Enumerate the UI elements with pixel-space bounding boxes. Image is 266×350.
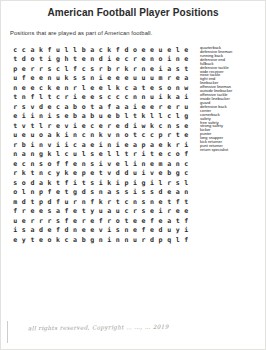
grid-cell: f [28, 93, 37, 103]
grid-cell: i [156, 64, 165, 74]
grid-cell: n [20, 93, 29, 103]
grid-cell: r [62, 93, 71, 103]
grid-cell: t [122, 216, 131, 226]
grid-cell: c [165, 112, 174, 122]
grid-cell: u [131, 74, 140, 84]
word-search-grid: ccakfullbackfdoeeueletdotightendiecrenoi… [11, 45, 190, 245]
grid-cell: u [131, 169, 140, 179]
grid-cell: t [62, 188, 71, 198]
grid-cell: r [165, 178, 174, 188]
grid-cell: i [20, 112, 29, 122]
grid-cell: c [122, 93, 131, 103]
grid-cell: e [114, 159, 123, 169]
grid-cell: i [96, 74, 105, 84]
grid-cell: c [62, 150, 71, 160]
grid-cell: c [79, 64, 88, 74]
grid-cell: a [62, 102, 71, 112]
grid-cell: k [62, 74, 71, 84]
grid-cell: e [54, 188, 63, 198]
grid-cell: r [45, 216, 54, 226]
grid-cell: r [37, 64, 46, 74]
grid-cell: v [96, 226, 105, 236]
grid-cell: c [122, 55, 131, 65]
grid-cell: b [79, 235, 88, 245]
grid-cell: e [28, 207, 37, 217]
grid-cell: e [79, 93, 88, 103]
grid-cell: i [114, 140, 123, 150]
grid-cell: g [173, 169, 182, 179]
grid-cell: v [105, 169, 114, 179]
grid-cell: t [28, 235, 37, 245]
grid-cell: a [182, 74, 191, 84]
grid-cell: n [28, 150, 37, 160]
grid-cell: a [165, 159, 174, 169]
grid-cell: c [182, 169, 191, 179]
worksheet-page: { "game": "word_search", "page": { "titl… [0, 0, 266, 350]
grid-cell: b [71, 112, 80, 122]
grid-cell: c [88, 121, 97, 131]
grid-cell: e [165, 102, 174, 112]
grid-cell: n [114, 235, 123, 245]
grid-cell: r [165, 74, 174, 84]
grid-cell: d [79, 188, 88, 198]
grid-cell: k [105, 45, 114, 55]
grid-cell: k [37, 45, 46, 55]
grid-cell: c [156, 121, 165, 131]
grid-cell: l [122, 159, 131, 169]
grid-cell: d [96, 55, 105, 65]
grid-cell: n [173, 159, 182, 169]
grid-cell: f [20, 74, 29, 84]
grid-cell: l [105, 83, 114, 93]
grid-cell: t [114, 197, 123, 207]
grid-cell: i [45, 112, 54, 122]
grid-cell: e [156, 169, 165, 179]
grid-cell: i [131, 188, 140, 198]
grid-cell: k [45, 83, 54, 93]
grid-cell: e [156, 140, 165, 150]
grid-cell: l [54, 150, 63, 160]
grid-cell: e [79, 226, 88, 236]
grid-cell: s [88, 64, 97, 74]
grid-cell: k [139, 112, 148, 122]
grid-cell: k [45, 178, 54, 188]
grid-cell: u [182, 102, 191, 112]
grid-cell: t [54, 178, 63, 188]
grid-cell: k [148, 121, 157, 131]
grid-cell: e [182, 45, 191, 55]
grid-cell: r [37, 216, 46, 226]
grid-cell: l [79, 150, 88, 160]
grid-cell: r [114, 64, 123, 74]
grid-cell: h [62, 55, 71, 65]
grid-cell: m [156, 74, 165, 84]
grid-cell: b [79, 45, 88, 55]
grid-cell: e [79, 121, 88, 131]
grid-cell: p [122, 178, 131, 188]
grid-cell: i [105, 55, 114, 65]
grid-cell: g [88, 235, 97, 245]
grid-cell: o [79, 102, 88, 112]
grid-cell: a [122, 102, 131, 112]
word-list: quarterbackdefensive linemanrunning back… [200, 46, 264, 152]
grid-cell: u [156, 45, 165, 55]
grid-cell: f [182, 216, 191, 226]
grid-cell: i [11, 226, 20, 236]
grid-cell: i [54, 140, 63, 150]
grid-cell: i [45, 55, 54, 65]
grid-cell: l [173, 45, 182, 55]
grid-cell: e [11, 112, 20, 122]
grid-cell: i [165, 55, 174, 65]
grid-cell: s [88, 178, 97, 188]
grid-cell: d [122, 121, 131, 131]
grid-cell: n [105, 140, 114, 150]
grid-cell: o [122, 131, 131, 141]
grid-cell: e [131, 216, 140, 226]
grid-cell: e [156, 197, 165, 207]
grid-cell: t [96, 169, 105, 179]
grid-cell: u [148, 74, 157, 84]
grid-cell: n [11, 83, 20, 93]
grid-cell: i [62, 140, 71, 150]
page-title: American Football Player Positions [0, 7, 266, 18]
grid-cell: n [37, 169, 46, 179]
grid-cell: n [88, 131, 97, 141]
grid-cell: t [28, 197, 37, 207]
handwritten-annotation: all rights reserved, Copyright … …, … 20… [28, 323, 258, 331]
grid-cell: u [71, 150, 80, 160]
grid-cell: c [37, 83, 46, 93]
grid-cell: r [165, 207, 174, 217]
grid-cell: t [11, 55, 20, 65]
grid-cell: s [45, 64, 54, 74]
grid-cell: s [79, 74, 88, 84]
grid-cell: k [122, 64, 131, 74]
grid-cell: l [122, 112, 131, 122]
grid-cell: k [105, 178, 114, 188]
grid-cell: e [88, 140, 97, 150]
grid-cell: e [148, 102, 157, 112]
grid-cell: s [20, 226, 29, 236]
grid-cell: f [71, 64, 80, 74]
grid-cell: v [20, 121, 29, 131]
grid-cell: i [71, 93, 80, 103]
grid-cell: e [131, 226, 140, 236]
grid-cell: b [20, 140, 29, 150]
grid-cell: n [96, 188, 105, 198]
grid-cell: o [37, 131, 46, 141]
grid-cell: l [37, 121, 46, 131]
grid-cell: t [28, 169, 37, 179]
grid-cell: n [37, 112, 46, 122]
grid-cell: d [37, 226, 46, 236]
grid-cell: e [88, 216, 97, 226]
grid-cell: e [105, 112, 114, 122]
grid-cell: p [156, 235, 165, 245]
grid-cell: i [131, 178, 140, 188]
grid-cell: c [148, 131, 157, 141]
grid-cell: s [114, 188, 123, 198]
grid-cell: e [182, 55, 191, 65]
grid-cell: l [148, 112, 157, 122]
grid-cell: p [11, 64, 20, 74]
grid-cell: t [173, 131, 182, 141]
grid-cell: a [165, 64, 174, 74]
grid-cell: r [79, 216, 88, 226]
grid-cell: t [165, 197, 174, 207]
grid-cell: e [148, 159, 157, 169]
grid-cell: c [165, 150, 174, 160]
grid-cell: i [105, 226, 114, 236]
grid-cell: e [20, 64, 29, 74]
grid-cell: c [105, 93, 114, 103]
grid-cell: i [114, 178, 123, 188]
grid-cell: o [28, 55, 37, 65]
grid-cell: c [20, 159, 29, 169]
grid-cell: r [20, 207, 29, 217]
grid-cell: n [148, 55, 157, 65]
grid-cell: o [11, 188, 20, 198]
grid-cell: d [122, 169, 131, 179]
grid-cell: e [45, 102, 54, 112]
grid-cell: e [71, 169, 80, 179]
grid-cell: c [122, 197, 131, 207]
grid-cell: k [62, 169, 71, 179]
grid-cell: m [11, 197, 20, 207]
grid-cell: y [20, 235, 29, 245]
grid-cell: e [11, 159, 20, 169]
grid-cell: e [105, 74, 114, 84]
grid-cell: s [139, 207, 148, 217]
grid-cell: g [139, 178, 148, 188]
grid-cell: f [54, 226, 63, 236]
grid-cell: e [114, 121, 123, 131]
grid-cell: b [114, 112, 123, 122]
grid-cell: d [62, 226, 71, 236]
grid-cell: k [96, 131, 105, 141]
grid-cell: n [122, 235, 131, 245]
grid-cell: v [105, 131, 114, 141]
grid-cell: e [54, 83, 63, 93]
grid-cell: n [122, 226, 131, 236]
grid-cell: e [182, 121, 191, 131]
grid-cell: e [88, 169, 97, 179]
grid-cell: e [28, 83, 37, 93]
grid-cell: s [139, 197, 148, 207]
grid-cell: e [11, 235, 20, 245]
grid-cell: s [114, 226, 123, 236]
grid-cell: l [173, 112, 182, 122]
grid-cell: i [96, 159, 105, 169]
grid-cell: s [139, 188, 148, 198]
grid-cell: c [96, 45, 105, 55]
grid-cell: t [131, 112, 140, 122]
grid-cell: n [173, 83, 182, 93]
grid-cell: b [105, 64, 114, 74]
grid-cell: b [88, 112, 97, 122]
grid-cell: f [62, 207, 71, 217]
grid-cell: f [105, 102, 114, 112]
grid-cell: a [173, 93, 182, 103]
grid-cell: s [20, 102, 29, 112]
grid-cell: t [122, 150, 131, 160]
grid-cell: s [173, 121, 182, 131]
grid-cell: n [114, 131, 123, 141]
grid-cell: i [131, 121, 140, 131]
grid-cell: i [131, 102, 140, 112]
grid-cell: s [37, 159, 46, 169]
grid-cell: k [114, 83, 123, 93]
grid-cell: r [165, 131, 174, 141]
grid-cell: r [173, 102, 182, 112]
grid-cell: t [139, 83, 148, 93]
grid-cell: l [182, 178, 191, 188]
grid-cell: d [156, 188, 165, 198]
grid-cell: r [96, 64, 105, 74]
grid-cell: c [54, 93, 63, 103]
grid-cell: o [45, 235, 54, 245]
grid-cell: a [148, 140, 157, 150]
grid-cell: d [20, 55, 29, 65]
grid-cell: l [156, 178, 165, 188]
grid-cell: t [11, 93, 20, 103]
grid-cell: a [28, 45, 37, 55]
grid-cell: s [88, 159, 97, 169]
grid-cell: v [28, 102, 37, 112]
grid-cell: d [45, 197, 54, 207]
grid-cell: r [139, 235, 148, 245]
grid-cell: f [62, 216, 71, 226]
grid-cell: s [88, 150, 97, 160]
grid-cell: e [20, 131, 29, 141]
grid-cell: i [139, 150, 148, 160]
grid-cell: n [62, 83, 71, 93]
grid-cell: t [37, 55, 46, 65]
grid-cell: w [182, 83, 191, 93]
grid-cell: f [88, 197, 97, 207]
grid-cell: u [54, 74, 63, 84]
grid-cell: i [182, 93, 191, 103]
grid-cell: r [71, 197, 80, 207]
grid-cell: a [71, 235, 80, 245]
grid-cell: i [156, 207, 165, 217]
grid-cell: n [131, 197, 140, 207]
grid-cell: e [122, 74, 131, 84]
grid-cell: a [105, 188, 114, 198]
grid-cell: e [122, 140, 131, 150]
grid-cell: a [165, 216, 174, 226]
grid-cell: i [182, 226, 191, 236]
grid-cell: e [148, 64, 157, 74]
grid-cell: y [173, 226, 182, 236]
grid-cell: o [156, 55, 165, 65]
grid-cell: f [182, 150, 191, 160]
grid-cell: e [79, 55, 88, 65]
grid-cell: i [131, 159, 140, 169]
grid-cell: t [182, 64, 191, 74]
grid-cell: e [148, 83, 157, 93]
grid-cell: u [96, 207, 105, 217]
grid-cell: i [148, 178, 157, 188]
grid-cell: c [122, 83, 131, 93]
grid-cell: r [11, 140, 20, 150]
grid-cell: l [20, 188, 29, 198]
grid-cell: e [88, 226, 97, 236]
grid-cell: e [37, 235, 46, 245]
grid-cell: c [114, 93, 123, 103]
grid-cell: p [37, 188, 46, 198]
grid-cell: u [54, 45, 63, 55]
grid-cell: a [45, 131, 54, 141]
grid-cell: n [11, 150, 20, 160]
grid-cell: u [11, 74, 20, 84]
grid-cell: e [165, 188, 174, 198]
grid-cell: f [139, 226, 148, 236]
grid-cell: f [62, 159, 71, 169]
grid-cell: y [88, 207, 97, 217]
grid-cell: d [28, 178, 37, 188]
grid-cell: l [71, 45, 80, 55]
grid-cell: i [96, 140, 105, 150]
grid-cell: f [148, 216, 157, 226]
grid-cell: e [148, 207, 157, 217]
grid-cell: n [165, 121, 174, 131]
grid-cell: t [45, 93, 54, 103]
grid-cell: g [37, 150, 46, 160]
grid-cell: r [131, 64, 140, 74]
grid-cell: v [62, 121, 71, 131]
grid-cell: i [71, 121, 80, 131]
grid-cell: e [139, 45, 148, 55]
grid-cell: e [28, 74, 37, 84]
grid-cell: o [45, 159, 54, 169]
grid-cell: i [28, 140, 37, 150]
grid-cell: n [139, 93, 148, 103]
grid-cell: f [173, 197, 182, 207]
page-subtitle: Positions that are played as part of Ame… [10, 30, 152, 36]
grid-cell: e [114, 74, 123, 84]
grid-cell: t [11, 121, 20, 131]
grid-cell: v [148, 169, 157, 179]
grid-cell: e [88, 93, 97, 103]
grid-cell: u [11, 131, 20, 141]
grid-cell: n [71, 226, 80, 236]
grid-cell: u [62, 197, 71, 207]
grid-cell: p [139, 140, 148, 150]
grid-cell: e [182, 207, 191, 217]
grid-cell: p [156, 131, 165, 141]
grid-cell: n [37, 140, 46, 150]
grid-cell: u [148, 93, 157, 103]
grid-cell: g [182, 112, 191, 122]
grid-cell: t [131, 131, 140, 141]
grid-cell: i [28, 112, 37, 122]
grid-cell: n [88, 74, 97, 84]
grid-cell: s [71, 74, 80, 84]
grid-cell: k [45, 150, 54, 160]
grid-cell: e [156, 216, 165, 226]
grid-cell: n [79, 159, 88, 169]
grid-cell: s [11, 178, 20, 188]
grid-cell: i [96, 178, 105, 188]
grid-cell: y [54, 169, 63, 179]
grid-cell: r [131, 55, 140, 65]
grid-cell: t [28, 121, 37, 131]
grid-cell: c [45, 169, 54, 179]
grid-cell: e [45, 226, 54, 236]
grid-cell: r [131, 150, 140, 160]
